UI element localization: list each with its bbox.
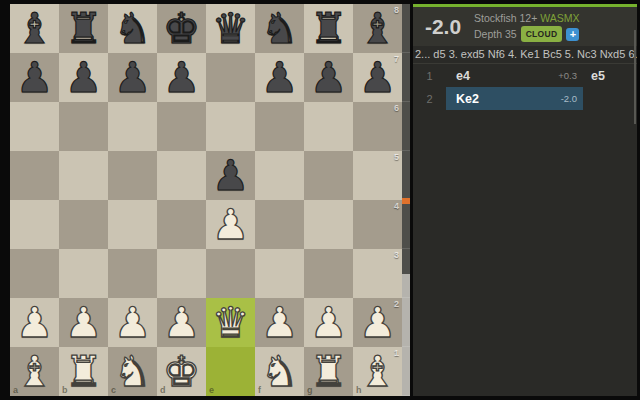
white-knight-piece[interactable]: ♞ bbox=[255, 347, 304, 396]
square-g7[interactable]: ♟ bbox=[304, 53, 353, 102]
square-h6[interactable]: 6 bbox=[353, 102, 402, 151]
move-eval: -2.0 bbox=[561, 93, 577, 104]
square-c2[interactable]: ♟ bbox=[108, 298, 157, 347]
square-h8[interactable]: ♝8 bbox=[353, 4, 402, 53]
square-a2[interactable]: ♟ bbox=[10, 298, 59, 347]
square-g1[interactable]: ♜g bbox=[304, 347, 353, 396]
rank-label-3: 3 bbox=[394, 250, 399, 260]
black-pawn-piece[interactable]: ♟ bbox=[206, 151, 255, 200]
white-pawn-piece[interactable]: ♟ bbox=[255, 298, 304, 347]
square-e7[interactable] bbox=[206, 53, 255, 102]
square-f3[interactable] bbox=[255, 249, 304, 298]
white-pawn-piece[interactable]: ♟ bbox=[59, 298, 108, 347]
square-b6[interactable] bbox=[59, 102, 108, 151]
square-d2[interactable]: ♟ bbox=[157, 298, 206, 347]
move-row-2: 2 Ke2 -2.0 bbox=[413, 87, 637, 110]
square-g5[interactable] bbox=[304, 151, 353, 200]
black-queen-piece[interactable]: ♛ bbox=[206, 4, 255, 53]
square-d7[interactable]: ♟ bbox=[157, 53, 206, 102]
square-e2[interactable]: ♛ bbox=[206, 298, 255, 347]
move-1-black[interactable]: e5 bbox=[583, 64, 637, 87]
move-san: Ke2 bbox=[456, 92, 479, 106]
white-pawn-piece[interactable]: ♟ bbox=[206, 200, 255, 249]
square-a6[interactable] bbox=[10, 102, 59, 151]
white-queen-piece[interactable]: ♛ bbox=[206, 298, 255, 347]
square-b8[interactable]: ♜ bbox=[59, 4, 108, 53]
square-f8[interactable]: ♞ bbox=[255, 4, 304, 53]
square-c3[interactable] bbox=[108, 249, 157, 298]
square-c5[interactable] bbox=[108, 151, 157, 200]
move-eval: +0.3 bbox=[558, 70, 577, 81]
square-d5[interactable] bbox=[157, 151, 206, 200]
black-rook-piece[interactable]: ♜ bbox=[59, 4, 108, 53]
square-e4[interactable]: ♟ bbox=[206, 200, 255, 249]
square-c6[interactable] bbox=[108, 102, 157, 151]
white-pawn-piece[interactable]: ♟ bbox=[304, 298, 353, 347]
eval-score: -2.0 bbox=[417, 15, 469, 39]
square-b5[interactable] bbox=[59, 151, 108, 200]
white-pawn-piece[interactable]: ♟ bbox=[108, 298, 157, 347]
square-b2[interactable]: ♟ bbox=[59, 298, 108, 347]
square-b7[interactable]: ♟ bbox=[59, 53, 108, 102]
square-d4[interactable] bbox=[157, 200, 206, 249]
square-b1[interactable]: ♜b bbox=[59, 347, 108, 396]
file-label-a: a bbox=[13, 385, 18, 395]
rank-label-6: 6 bbox=[394, 103, 399, 113]
square-h7[interactable]: ♟7 bbox=[353, 53, 402, 102]
move-2-white-active[interactable]: Ke2 -2.0 bbox=[446, 87, 583, 110]
engine-variant: WASMX bbox=[540, 12, 579, 24]
rank-label-2: 2 bbox=[394, 299, 399, 309]
eval-gauge bbox=[402, 4, 410, 396]
square-g4[interactable] bbox=[304, 200, 353, 249]
square-e5[interactable]: ♟ bbox=[206, 151, 255, 200]
rank-label-8: 8 bbox=[394, 5, 399, 15]
engine-name: Stockfish 12+ bbox=[474, 12, 537, 24]
analysis-panel: -2.0 Stockfish 12+ WASMX Depth 35 CLOUD … bbox=[413, 4, 637, 396]
square-d1[interactable]: ♚d bbox=[157, 347, 206, 396]
black-pawn-piece[interactable]: ♟ bbox=[10, 53, 59, 102]
move-1-white[interactable]: e4 +0.3 bbox=[446, 64, 583, 87]
black-bishop-piece[interactable]: ♝ bbox=[10, 4, 59, 53]
square-g8[interactable]: ♜ bbox=[304, 4, 353, 53]
move-2-black[interactable] bbox=[583, 87, 637, 110]
file-label-h: h bbox=[356, 385, 362, 395]
file-label-c: c bbox=[111, 385, 116, 395]
square-e1[interactable]: e bbox=[206, 347, 255, 396]
engine-pv-line[interactable]: 2... d5 3. exd5 Nf6 4. Ke1 Bc5 5. Nc3 Nx… bbox=[413, 46, 637, 64]
engine-eval-header: -2.0 Stockfish 12+ WASMX Depth 35 CLOUD … bbox=[413, 7, 637, 46]
square-c8[interactable]: ♞ bbox=[108, 4, 157, 53]
square-g2[interactable]: ♟ bbox=[304, 298, 353, 347]
black-pawn-piece[interactable]: ♟ bbox=[108, 53, 157, 102]
engine-info: Stockfish 12+ WASMX Depth 35 CLOUD + bbox=[474, 11, 580, 42]
move-number: 1 bbox=[413, 64, 446, 87]
move-san: e5 bbox=[591, 69, 605, 83]
white-pawn-piece[interactable]: ♟ bbox=[157, 298, 206, 347]
square-e3[interactable] bbox=[206, 249, 255, 298]
square-h5[interactable]: 5 bbox=[353, 151, 402, 200]
move-number: 2 bbox=[413, 87, 446, 110]
white-pawn-piece[interactable]: ♟ bbox=[10, 298, 59, 347]
engine-depth: Depth 35 bbox=[474, 27, 517, 41]
square-a5[interactable] bbox=[10, 151, 59, 200]
rank-label-5: 5 bbox=[394, 152, 399, 162]
black-pawn-piece[interactable]: ♟ bbox=[59, 53, 108, 102]
square-e8[interactable]: ♛ bbox=[206, 4, 255, 53]
square-d3[interactable] bbox=[157, 249, 206, 298]
file-label-f: f bbox=[258, 385, 261, 395]
file-label-d: d bbox=[160, 385, 166, 395]
black-pawn-piece[interactable]: ♟ bbox=[304, 53, 353, 102]
square-g6[interactable] bbox=[304, 102, 353, 151]
chess-board[interactable]: ♝♜♞♚♛♞♜♝8♟♟♟♟♟♟♟76♟5♟43♟♟♟♟♛♟♟♟2♝a♜b♞c♚d… bbox=[10, 4, 402, 396]
square-b4[interactable] bbox=[59, 200, 108, 249]
rank-label-4: 4 bbox=[394, 201, 399, 211]
square-h2[interactable]: ♟2 bbox=[353, 298, 402, 347]
square-c7[interactable]: ♟ bbox=[108, 53, 157, 102]
rank-label-7: 7 bbox=[394, 54, 399, 64]
file-label-b: b bbox=[62, 385, 68, 395]
square-d8[interactable]: ♚ bbox=[157, 4, 206, 53]
square-f5[interactable] bbox=[255, 151, 304, 200]
move-list: 1 e4 +0.3 e5 2 Ke2 -2.0 bbox=[413, 64, 637, 110]
square-c1[interactable]: ♞c bbox=[108, 347, 157, 396]
panel-scrollbar[interactable] bbox=[634, 30, 636, 124]
square-a1[interactable]: ♝a bbox=[10, 347, 59, 396]
black-rook-piece[interactable]: ♜ bbox=[304, 4, 353, 53]
square-f4[interactable] bbox=[255, 200, 304, 249]
eval-gauge-zero-marker bbox=[402, 198, 410, 204]
add-depth-button[interactable]: + bbox=[566, 28, 579, 41]
move-san: e4 bbox=[456, 69, 470, 83]
square-h1[interactable]: ♝1h bbox=[353, 347, 402, 396]
square-f6[interactable] bbox=[255, 102, 304, 151]
black-knight-piece[interactable]: ♞ bbox=[108, 4, 157, 53]
cloud-badge: CLOUD bbox=[521, 26, 563, 42]
black-knight-piece[interactable]: ♞ bbox=[255, 4, 304, 53]
square-a3[interactable] bbox=[10, 249, 59, 298]
square-e6[interactable] bbox=[206, 102, 255, 151]
black-pawn-piece[interactable]: ♟ bbox=[255, 53, 304, 102]
file-label-g: g bbox=[307, 385, 313, 395]
square-a4[interactable] bbox=[10, 200, 59, 249]
black-king-piece[interactable]: ♚ bbox=[157, 4, 206, 53]
square-g3[interactable] bbox=[304, 249, 353, 298]
file-label-e: e bbox=[209, 385, 214, 395]
square-d6[interactable] bbox=[157, 102, 206, 151]
square-f7[interactable]: ♟ bbox=[255, 53, 304, 102]
square-c4[interactable] bbox=[108, 200, 157, 249]
square-h3[interactable]: 3 bbox=[353, 249, 402, 298]
rank-label-1: 1 bbox=[394, 348, 399, 358]
square-a7[interactable]: ♟ bbox=[10, 53, 59, 102]
square-a8[interactable]: ♝ bbox=[10, 4, 59, 53]
square-f2[interactable]: ♟ bbox=[255, 298, 304, 347]
square-b3[interactable] bbox=[59, 249, 108, 298]
black-pawn-piece[interactable]: ♟ bbox=[157, 53, 206, 102]
square-f1[interactable]: ♞f bbox=[255, 347, 304, 396]
move-row-1: 1 e4 +0.3 e5 bbox=[413, 64, 637, 87]
square-h4[interactable]: 4 bbox=[353, 200, 402, 249]
